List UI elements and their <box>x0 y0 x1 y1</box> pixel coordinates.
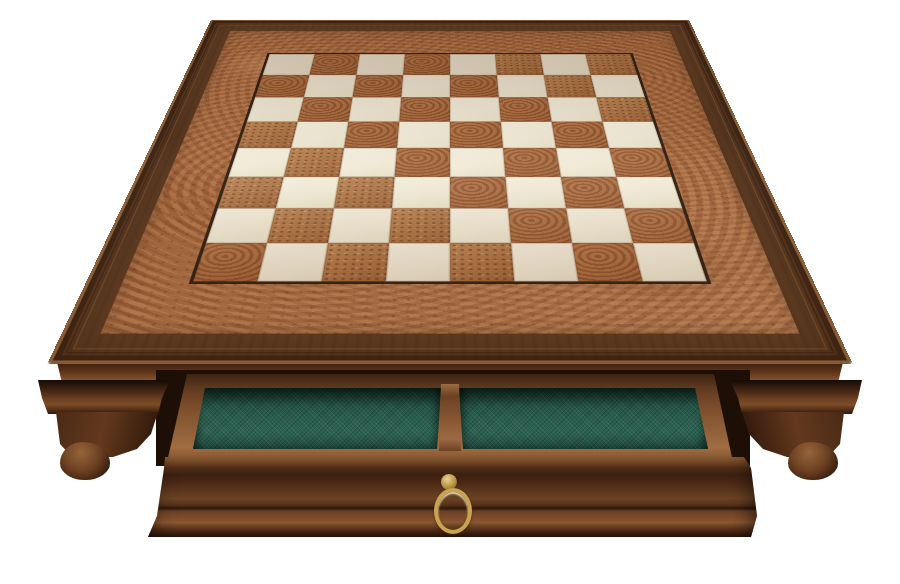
square-b5 <box>291 122 348 148</box>
square-f5 <box>501 122 556 148</box>
felt-compartment-right <box>459 388 708 449</box>
square-a6 <box>247 97 304 121</box>
square-c4 <box>339 148 397 177</box>
square-f4 <box>503 148 561 177</box>
square-f6 <box>499 97 552 121</box>
felt-compartment-left <box>193 388 441 449</box>
square-a3 <box>218 177 284 209</box>
square-e7 <box>450 75 499 97</box>
square-c1 <box>322 243 389 281</box>
square-a8 <box>263 54 315 75</box>
square-e8 <box>450 54 497 75</box>
square-g6 <box>547 97 602 121</box>
square-h4 <box>609 148 672 177</box>
square-d2 <box>389 208 450 243</box>
brass-ring-handle-icon <box>434 488 472 534</box>
square-g8 <box>540 54 590 75</box>
square-f2 <box>508 208 572 243</box>
left-base-molding <box>38 380 170 414</box>
left-bun-foot <box>60 442 110 480</box>
chess-board <box>193 54 707 281</box>
drawer-divider <box>439 384 461 451</box>
square-a7 <box>255 75 309 97</box>
square-e3 <box>450 177 508 209</box>
square-a2 <box>206 208 276 243</box>
square-h1 <box>633 243 707 281</box>
square-h3 <box>616 177 682 209</box>
square-e4 <box>450 148 505 177</box>
square-g4 <box>556 148 616 177</box>
square-c2 <box>328 208 392 243</box>
square-b4 <box>284 148 344 177</box>
square-c6 <box>348 97 401 121</box>
square-d5 <box>397 122 450 148</box>
square-f8 <box>495 54 544 75</box>
square-a1 <box>193 243 267 281</box>
square-b3 <box>276 177 339 209</box>
square-a5 <box>238 122 298 148</box>
square-h6 <box>596 97 653 121</box>
right-bun-foot <box>788 442 838 480</box>
product-photo-chess-cabinet <box>0 0 900 584</box>
square-h5 <box>602 122 662 148</box>
square-d1 <box>386 243 450 281</box>
square-a4 <box>228 148 291 177</box>
square-e2 <box>450 208 511 243</box>
square-h2 <box>624 208 694 243</box>
square-d8 <box>403 54 450 75</box>
square-g3 <box>561 177 624 209</box>
square-b7 <box>304 75 357 97</box>
square-c3 <box>334 177 395 209</box>
square-h7 <box>591 75 645 97</box>
square-e5 <box>450 122 503 148</box>
square-e1 <box>450 243 514 281</box>
square-g2 <box>566 208 633 243</box>
square-b8 <box>309 54 359 75</box>
square-c7 <box>353 75 404 97</box>
square-h8 <box>585 54 637 75</box>
board-top <box>47 20 852 364</box>
square-d3 <box>392 177 450 209</box>
square-g5 <box>552 122 609 148</box>
square-b1 <box>257 243 328 281</box>
square-f3 <box>505 177 566 209</box>
square-b6 <box>298 97 353 121</box>
square-f7 <box>497 75 548 97</box>
square-f1 <box>511 243 578 281</box>
square-d6 <box>399 97 450 121</box>
square-g7 <box>544 75 597 97</box>
square-e6 <box>450 97 501 121</box>
square-c8 <box>356 54 405 75</box>
right-base-molding <box>730 380 862 414</box>
square-b2 <box>267 208 334 243</box>
square-d7 <box>401 75 450 97</box>
square-c5 <box>344 122 399 148</box>
square-d4 <box>395 148 450 177</box>
square-g1 <box>572 243 643 281</box>
